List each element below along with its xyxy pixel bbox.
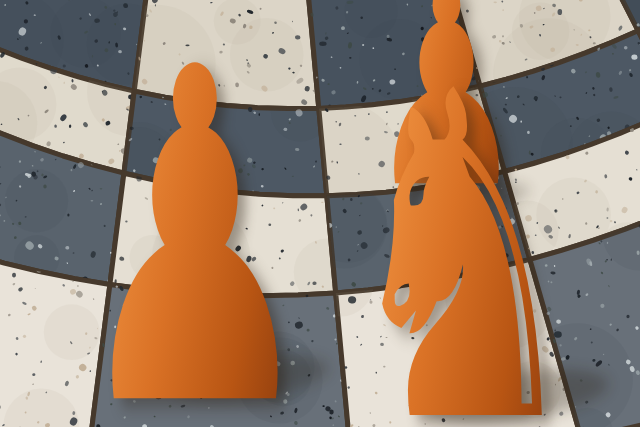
chess-photo-scene: ♟ ♟ ♞ xyxy=(0,0,640,427)
piece-knight-e4[interactable]: ♞ xyxy=(237,34,640,427)
knight-glyph: ♞ xyxy=(323,34,602,427)
